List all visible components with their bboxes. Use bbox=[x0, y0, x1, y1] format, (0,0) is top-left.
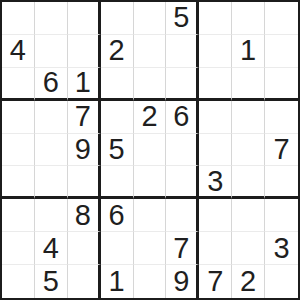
cell-r5c1[interactable] bbox=[2, 134, 35, 167]
cell-r4c1[interactable] bbox=[2, 101, 35, 134]
cell-r9c6[interactable]: 9 bbox=[166, 265, 199, 298]
cell-r1c2[interactable] bbox=[35, 2, 68, 35]
cell-r8c9[interactable]: 3 bbox=[265, 232, 298, 265]
cell-r8c8[interactable] bbox=[232, 232, 265, 265]
cell-r1c3[interactable] bbox=[68, 2, 101, 35]
cell-r6c4[interactable] bbox=[101, 166, 134, 199]
cell-r8c3[interactable] bbox=[68, 232, 101, 265]
cell-r7c2[interactable] bbox=[35, 199, 68, 232]
cell-r1c1[interactable] bbox=[2, 2, 35, 35]
cell-r4c2[interactable] bbox=[35, 101, 68, 134]
cell-r5c2[interactable] bbox=[35, 134, 68, 167]
cell-r3c5[interactable] bbox=[134, 68, 167, 101]
cell-r7c3[interactable]: 8 bbox=[68, 199, 101, 232]
cell-r3c1[interactable] bbox=[2, 68, 35, 101]
cell-r1c5[interactable] bbox=[134, 2, 167, 35]
cell-r5c6[interactable] bbox=[166, 134, 199, 167]
cell-r4c9[interactable] bbox=[265, 101, 298, 134]
cell-r8c4[interactable] bbox=[101, 232, 134, 265]
cell-r6c1[interactable] bbox=[2, 166, 35, 199]
cell-r9c8[interactable]: 2 bbox=[232, 265, 265, 298]
cell-r2c4[interactable]: 2 bbox=[101, 35, 134, 68]
cell-r7c1[interactable] bbox=[2, 199, 35, 232]
cell-r7c4[interactable]: 6 bbox=[101, 199, 134, 232]
cell-r9c9[interactable] bbox=[265, 265, 298, 298]
cell-r8c1[interactable] bbox=[2, 232, 35, 265]
cell-r5c3[interactable]: 9 bbox=[68, 134, 101, 167]
cell-r8c2[interactable]: 4 bbox=[35, 232, 68, 265]
cell-r6c2[interactable] bbox=[35, 166, 68, 199]
cell-r3c9[interactable] bbox=[265, 68, 298, 101]
cell-r1c8[interactable] bbox=[232, 2, 265, 35]
cell-r9c4[interactable]: 1 bbox=[101, 265, 134, 298]
cell-r3c3[interactable]: 1 bbox=[68, 68, 101, 101]
cell-r8c5[interactable] bbox=[134, 232, 167, 265]
cell-r8c6[interactable]: 7 bbox=[166, 232, 199, 265]
cell-r9c5[interactable] bbox=[134, 265, 167, 298]
cell-r6c9[interactable] bbox=[265, 166, 298, 199]
cell-r4c7[interactable] bbox=[199, 101, 232, 134]
cell-r7c6[interactable] bbox=[166, 199, 199, 232]
cell-r3c7[interactable] bbox=[199, 68, 232, 101]
cell-r5c7[interactable] bbox=[199, 134, 232, 167]
cell-r3c6[interactable] bbox=[166, 68, 199, 101]
cell-r9c1[interactable] bbox=[2, 265, 35, 298]
cell-r9c2[interactable]: 5 bbox=[35, 265, 68, 298]
cell-r1c7[interactable] bbox=[199, 2, 232, 35]
cell-r1c6[interactable]: 5 bbox=[166, 2, 199, 35]
cell-r4c8[interactable] bbox=[232, 101, 265, 134]
cell-r4c6[interactable]: 6 bbox=[166, 101, 199, 134]
cell-r2c3[interactable] bbox=[68, 35, 101, 68]
cell-r2c1[interactable]: 4 bbox=[2, 35, 35, 68]
cell-r3c2[interactable]: 6 bbox=[35, 68, 68, 101]
cell-r4c5[interactable]: 2 bbox=[134, 101, 167, 134]
cell-r2c9[interactable] bbox=[265, 35, 298, 68]
cell-r6c8[interactable] bbox=[232, 166, 265, 199]
cell-r5c4[interactable]: 5 bbox=[101, 134, 134, 167]
cell-r6c6[interactable] bbox=[166, 166, 199, 199]
cell-r5c5[interactable] bbox=[134, 134, 167, 167]
cell-r6c7[interactable]: 3 bbox=[199, 166, 232, 199]
sudoku-board: 54216172695738647351972 bbox=[0, 0, 300, 300]
cell-r7c7[interactable] bbox=[199, 199, 232, 232]
cell-r2c8[interactable]: 1 bbox=[232, 35, 265, 68]
cell-r3c8[interactable] bbox=[232, 68, 265, 101]
cell-r3c4[interactable] bbox=[101, 68, 134, 101]
cell-r9c7[interactable]: 7 bbox=[199, 265, 232, 298]
cell-r2c2[interactable] bbox=[35, 35, 68, 68]
cell-r7c8[interactable] bbox=[232, 199, 265, 232]
cell-r6c3[interactable] bbox=[68, 166, 101, 199]
cell-r9c3[interactable] bbox=[68, 265, 101, 298]
cell-r4c4[interactable] bbox=[101, 101, 134, 134]
cell-r5c8[interactable] bbox=[232, 134, 265, 167]
cell-r4c3[interactable]: 7 bbox=[68, 101, 101, 134]
cell-r7c9[interactable] bbox=[265, 199, 298, 232]
cell-r2c5[interactable] bbox=[134, 35, 167, 68]
cell-r2c6[interactable] bbox=[166, 35, 199, 68]
cell-r6c5[interactable] bbox=[134, 166, 167, 199]
cell-r1c9[interactable] bbox=[265, 2, 298, 35]
cell-r5c9[interactable]: 7 bbox=[265, 134, 298, 167]
cell-r7c5[interactable] bbox=[134, 199, 167, 232]
cell-r1c4[interactable] bbox=[101, 2, 134, 35]
cell-r2c7[interactable] bbox=[199, 35, 232, 68]
cell-r8c7[interactable] bbox=[199, 232, 232, 265]
